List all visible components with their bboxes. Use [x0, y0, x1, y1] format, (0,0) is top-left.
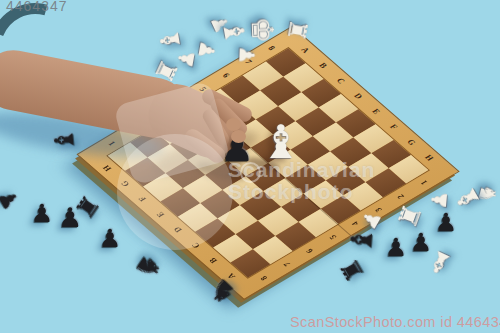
- watermark-bottom-text: ScanStockPhoto.com id 4464347: [290, 314, 500, 330]
- white-king: ♚: [247, 16, 278, 44]
- black-bishop: ♝: [50, 127, 78, 152]
- black-bishop: ♝: [346, 226, 377, 254]
- white-pawn: ♟: [235, 45, 257, 65]
- watermark-logo-swoosh: [0, 0, 54, 40]
- watermark-id-number: 4464347: [6, 0, 68, 14]
- black-pawn: ♟: [58, 204, 82, 231]
- black-knight: ♞: [129, 249, 166, 286]
- black-pawn: ♟: [0, 186, 22, 214]
- white-rook: ♜: [283, 17, 310, 42]
- black-pawn: ♟: [31, 201, 53, 226]
- photo-scene: ABCDEFGHHGFEDCBA8765432112345678 ♝♜♟♟♟♝♚…: [0, 0, 500, 333]
- black-rook: ♜: [336, 254, 369, 286]
- black-pawn: ♟: [435, 210, 457, 235]
- black-pawn: ♟: [410, 230, 432, 255]
- middle-fingertip: [231, 130, 246, 143]
- black-pawn: ♟: [99, 226, 121, 251]
- white-bishop-e5: ♝: [260, 119, 301, 165]
- white-pawn: ♟: [194, 39, 218, 61]
- black-pawn: ♟: [385, 235, 407, 260]
